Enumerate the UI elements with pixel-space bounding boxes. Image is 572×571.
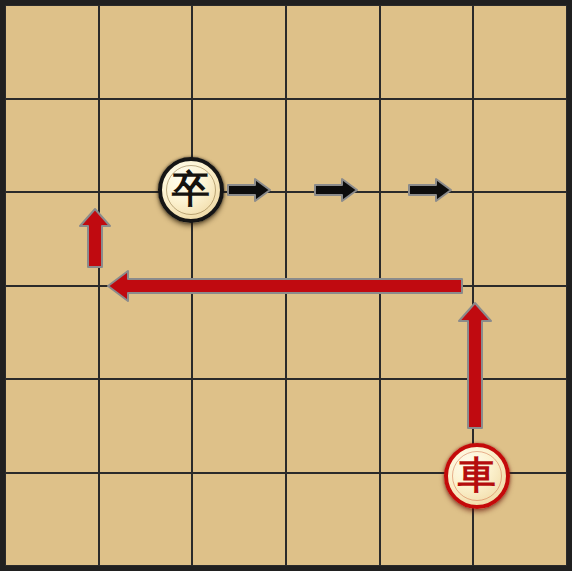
- board-cell: [99, 379, 193, 473]
- board-cell: [192, 473, 286, 567]
- board-cell: [286, 286, 380, 380]
- board-cell: [473, 5, 567, 99]
- board-cell: [5, 379, 99, 473]
- board-cell: [473, 286, 567, 380]
- board-cell: [380, 99, 474, 193]
- board-cell: [380, 286, 474, 380]
- red-chariot-piece[interactable]: 車: [444, 443, 510, 509]
- board-cell: [473, 99, 567, 193]
- board-cell: [5, 473, 99, 567]
- board-cell: [286, 192, 380, 286]
- board-cell: [286, 5, 380, 99]
- board-cell: [380, 5, 474, 99]
- board-cell: [192, 286, 286, 380]
- piece-glyph: 車: [458, 456, 496, 494]
- board-cell: [99, 473, 193, 567]
- board-cell: [99, 5, 193, 99]
- board-cell: [99, 286, 193, 380]
- piece-glyph: 卒: [172, 170, 210, 208]
- board-cell: [286, 99, 380, 193]
- board-cell: [5, 5, 99, 99]
- board-cell: [5, 192, 99, 286]
- board-cell: [5, 286, 99, 380]
- board-cell: [286, 379, 380, 473]
- board-cell: [380, 192, 474, 286]
- black-soldier-piece[interactable]: 卒: [158, 157, 224, 223]
- board-cell: [5, 99, 99, 193]
- board-cell: [192, 5, 286, 99]
- board-cell: [192, 379, 286, 473]
- xiangqi-board: 卒車: [0, 0, 572, 571]
- board-cell: [286, 473, 380, 567]
- board-cell: [473, 192, 567, 286]
